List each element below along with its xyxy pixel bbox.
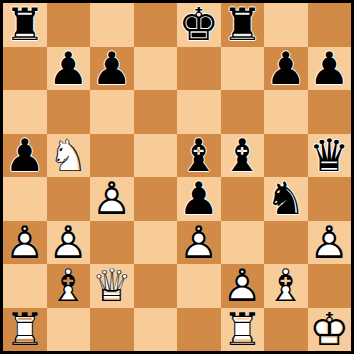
- square-a3[interactable]: ♟♙: [3, 221, 47, 265]
- square-b4[interactable]: [47, 177, 91, 221]
- white-rook-piece[interactable]: ♜♖: [3, 308, 47, 352]
- square-e6[interactable]: [177, 90, 221, 134]
- square-h8[interactable]: [308, 3, 352, 47]
- black-rook-piece[interactable]: ♜: [221, 3, 265, 47]
- square-d8[interactable]: [134, 3, 178, 47]
- square-b2[interactable]: ♝♗: [47, 264, 91, 308]
- piece-outline: ♙: [221, 264, 265, 308]
- square-h3[interactable]: ♟♙: [308, 221, 352, 265]
- square-d1[interactable]: [134, 308, 178, 352]
- square-g3[interactable]: [264, 221, 308, 265]
- square-a2[interactable]: [3, 264, 47, 308]
- square-c4[interactable]: ♟♙: [90, 177, 134, 221]
- square-a4[interactable]: [3, 177, 47, 221]
- piece-outline: ♙: [47, 221, 91, 265]
- square-e4[interactable]: ♟: [177, 177, 221, 221]
- piece-outline: ♖: [3, 308, 47, 352]
- piece-outline: ♙: [90, 177, 134, 221]
- square-b3[interactable]: ♟♙: [47, 221, 91, 265]
- white-pawn-piece[interactable]: ♟♙: [308, 221, 352, 265]
- square-g7[interactable]: ♟: [264, 47, 308, 91]
- square-d6[interactable]: [134, 90, 178, 134]
- square-d5[interactable]: [134, 134, 178, 178]
- square-g4[interactable]: ♞: [264, 177, 308, 221]
- square-g6[interactable]: [264, 90, 308, 134]
- square-h2[interactable]: [308, 264, 352, 308]
- piece-outline: ♘: [47, 134, 91, 178]
- square-f1[interactable]: ♜♖: [221, 308, 265, 352]
- square-b8[interactable]: [47, 3, 91, 47]
- square-e5[interactable]: ♝: [177, 134, 221, 178]
- square-f4[interactable]: [221, 177, 265, 221]
- white-bishop-piece[interactable]: ♝♗: [47, 264, 91, 308]
- white-pawn-piece[interactable]: ♟♙: [90, 177, 134, 221]
- piece-outline: ♗: [47, 264, 91, 308]
- square-d2[interactable]: [134, 264, 178, 308]
- square-c2[interactable]: ♛♕: [90, 264, 134, 308]
- white-knight-piece[interactable]: ♞♘: [47, 134, 91, 178]
- square-c1[interactable]: [90, 308, 134, 352]
- square-h5[interactable]: ♛: [308, 134, 352, 178]
- square-a1[interactable]: ♜♖: [3, 308, 47, 352]
- piece-outline: ♙: [3, 221, 47, 265]
- piece-outline: ♙: [177, 221, 221, 265]
- square-f5[interactable]: ♝: [221, 134, 265, 178]
- black-pawn-piece[interactable]: ♟: [177, 177, 221, 221]
- square-b1[interactable]: [47, 308, 91, 352]
- black-bishop-piece[interactable]: ♝: [177, 134, 221, 178]
- white-bishop-piece[interactable]: ♝♗: [264, 264, 308, 308]
- square-h6[interactable]: [308, 90, 352, 134]
- square-e2[interactable]: [177, 264, 221, 308]
- square-a5[interactable]: ♟: [3, 134, 47, 178]
- square-e1[interactable]: [177, 308, 221, 352]
- piece-outline: ♕: [90, 264, 134, 308]
- white-pawn-piece[interactable]: ♟♙: [221, 264, 265, 308]
- square-g8[interactable]: [264, 3, 308, 47]
- black-pawn-piece[interactable]: ♟: [264, 47, 308, 91]
- square-c3[interactable]: [90, 221, 134, 265]
- square-f3[interactable]: [221, 221, 265, 265]
- black-rook-piece[interactable]: ♜: [3, 3, 47, 47]
- square-a6[interactable]: [3, 90, 47, 134]
- square-e3[interactable]: ♟♙: [177, 221, 221, 265]
- square-d7[interactable]: [134, 47, 178, 91]
- black-pawn-piece[interactable]: ♟: [90, 47, 134, 91]
- square-c8[interactable]: [90, 3, 134, 47]
- black-king-piece[interactable]: ♚: [177, 3, 221, 47]
- square-d3[interactable]: [134, 221, 178, 265]
- square-g1[interactable]: [264, 308, 308, 352]
- square-b7[interactable]: ♟: [47, 47, 91, 91]
- square-f2[interactable]: ♟♙: [221, 264, 265, 308]
- white-pawn-piece[interactable]: ♟♙: [177, 221, 221, 265]
- square-c5[interactable]: [90, 134, 134, 178]
- piece-outline: ♙: [308, 221, 352, 265]
- white-pawn-piece[interactable]: ♟♙: [47, 221, 91, 265]
- black-pawn-piece[interactable]: ♟: [308, 47, 352, 91]
- piece-outline: ♗: [264, 264, 308, 308]
- black-pawn-piece[interactable]: ♟: [3, 134, 47, 178]
- black-knight-piece[interactable]: ♞: [264, 177, 308, 221]
- square-e8[interactable]: ♚: [177, 3, 221, 47]
- square-b5[interactable]: ♞♘: [47, 134, 91, 178]
- square-g5[interactable]: [264, 134, 308, 178]
- chess-board: ♜♚♜♟♟♟♟♟♞♘♝♝♛♟♙♟♞♟♙♟♙♟♙♟♙♝♗♛♕♟♙♝♗♜♖♜♖♚♔: [3, 3, 351, 351]
- square-h1[interactable]: ♚♔: [308, 308, 352, 352]
- square-e7[interactable]: [177, 47, 221, 91]
- square-g2[interactable]: ♝♗: [264, 264, 308, 308]
- white-rook-piece[interactable]: ♜♖: [221, 308, 265, 352]
- square-b6[interactable]: [47, 90, 91, 134]
- black-bishop-piece[interactable]: ♝: [221, 134, 265, 178]
- square-a7[interactable]: [3, 47, 47, 91]
- white-king-piece[interactable]: ♚♔: [308, 308, 352, 352]
- black-pawn-piece[interactable]: ♟: [47, 47, 91, 91]
- square-c7[interactable]: ♟: [90, 47, 134, 91]
- black-queen-piece[interactable]: ♛: [308, 134, 352, 178]
- square-a8[interactable]: ♜: [3, 3, 47, 47]
- square-h4[interactable]: [308, 177, 352, 221]
- white-pawn-piece[interactable]: ♟♙: [3, 221, 47, 265]
- square-f8[interactable]: ♜: [221, 3, 265, 47]
- square-f7[interactable]: [221, 47, 265, 91]
- square-f6[interactable]: [221, 90, 265, 134]
- square-h7[interactable]: ♟: [308, 47, 352, 91]
- piece-outline: ♔: [308, 308, 352, 352]
- white-queen-piece[interactable]: ♛♕: [90, 264, 134, 308]
- piece-outline: ♖: [221, 308, 265, 352]
- square-c6[interactable]: [90, 90, 134, 134]
- square-d4[interactable]: [134, 177, 178, 221]
- chess-board-frame: ♜♚♜♟♟♟♟♟♞♘♝♝♛♟♙♟♞♟♙♟♙♟♙♟♙♝♗♛♕♟♙♝♗♜♖♜♖♚♔: [0, 0, 354, 354]
